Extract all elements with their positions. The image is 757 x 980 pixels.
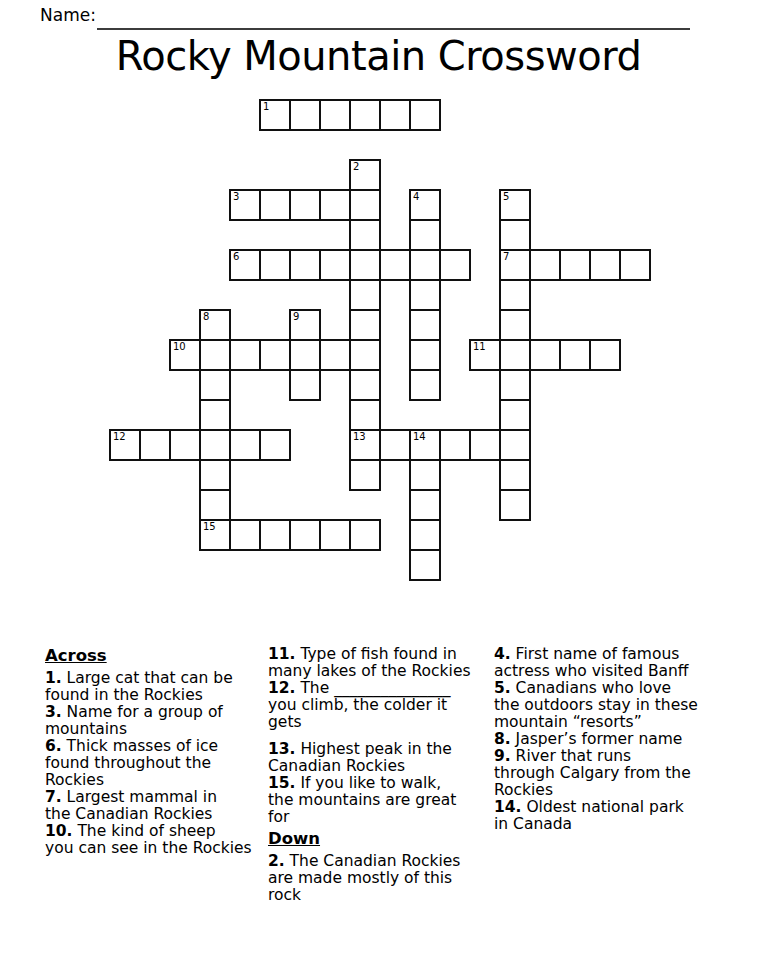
clue-1: 1. Large cat that can be found in the Ro… [45, 670, 267, 704]
grid-cell-r4c13[interactable] [499, 219, 531, 251]
grid-cell-r3c7[interactable] [319, 189, 351, 221]
grid-cell-r5c16[interactable] [589, 249, 621, 281]
down-header: Down [268, 829, 490, 849]
grid-cell-r7c8[interactable] [349, 309, 381, 341]
name-input-line[interactable] [97, 5, 690, 30]
clue-5: 5. Canadians who love the outdoors stay … [494, 680, 716, 731]
grid-cell-r5c10[interactable] [409, 249, 441, 281]
grid-cell-r10c8[interactable] [349, 399, 381, 431]
grid-cell-r8c16[interactable] [589, 339, 621, 371]
grid-cell-r11c4[interactable] [229, 429, 261, 461]
grid-cell-r0c7[interactable] [319, 99, 351, 131]
grid-cell-r2c8[interactable]: 2 [349, 159, 381, 191]
clue-column-1: Across 1. Large cat that can be found in… [45, 646, 267, 857]
clue-4: 4. First name of famous actress who visi… [494, 646, 716, 680]
grid-cell-r12c3[interactable] [199, 459, 231, 491]
grid-cell-r5c15[interactable] [559, 249, 591, 281]
clue-8: 8. Jasper’s former name [494, 731, 716, 748]
grid-cell-r12c10[interactable] [409, 459, 441, 491]
grid-cell-r14c5[interactable] [259, 519, 291, 551]
across-header: Across [45, 646, 267, 666]
grid-cell-r5c6[interactable] [289, 249, 321, 281]
grid-cell-r8c14[interactable] [529, 339, 561, 371]
cell-number-9: 9 [293, 311, 299, 323]
cell-number-7: 7 [503, 251, 509, 263]
grid-cell-r8c8[interactable] [349, 339, 381, 371]
grid-cell-r9c3[interactable] [199, 369, 231, 401]
grid-cell-r11c1[interactable] [139, 429, 171, 461]
grid-cell-r0c6[interactable] [289, 99, 321, 131]
grid-cell-r0c9[interactable] [379, 99, 411, 131]
clue-15: 15. If you like to walk, the mountains a… [268, 775, 490, 826]
grid-cell-r8c6[interactable] [289, 339, 321, 371]
cell-number-2: 2 [353, 161, 359, 173]
grid-cell-r5c5[interactable] [259, 249, 291, 281]
grid-cell-r7c10[interactable] [409, 309, 441, 341]
grid-cell-r13c3[interactable] [199, 489, 231, 521]
grid-cell-r14c10[interactable] [409, 519, 441, 551]
grid-cell-r0c10[interactable] [409, 99, 441, 131]
grid-cell-r5c4[interactable]: 6 [229, 249, 261, 281]
grid-cell-r14c7[interactable] [319, 519, 351, 551]
grid-cell-r5c17[interactable] [619, 249, 651, 281]
grid-cell-r8c7[interactable] [319, 339, 351, 371]
grid-cell-r10c13[interactable] [499, 399, 531, 431]
grid-cell-r9c8[interactable] [349, 369, 381, 401]
grid-cell-r4c10[interactable] [409, 219, 441, 251]
across-clues-part2: 11. Type of fish found in many lakes of … [268, 646, 490, 826]
grid-cell-r7c6[interactable]: 9 [289, 309, 321, 341]
grid-cell-r11c11[interactable] [439, 429, 471, 461]
clue-6: 6. Thick masses of ice found throughout … [45, 738, 267, 789]
cell-number-5: 5 [503, 191, 509, 203]
grid-cell-r8c13[interactable] [499, 339, 531, 371]
grid-cell-r12c8[interactable] [349, 459, 381, 491]
clue-column-3: 4. First name of famous actress who visi… [494, 646, 716, 833]
across-clues-part1: 1. Large cat that can be found in the Ro… [45, 670, 267, 857]
clue-13: 13. Highest peak in the Canadian Rockies [268, 741, 490, 775]
clue-column-2: 11. Type of fish found in many lakes of … [268, 646, 490, 904]
grid-cell-r8c15[interactable] [559, 339, 591, 371]
grid-cell-r15c10[interactable] [409, 549, 441, 581]
cell-number-10: 10 [173, 341, 186, 353]
grid-cell-r7c3[interactable]: 8 [199, 309, 231, 341]
grid-cell-r8c2[interactable]: 10 [169, 339, 201, 371]
crossword-grid: 123456789101112131415 [109, 99, 651, 581]
clue-14: 14. Oldest national park in Canada [494, 799, 716, 833]
grid-cell-r11c2[interactable] [169, 429, 201, 461]
grid-cell-r14c3[interactable]: 15 [199, 519, 231, 551]
grid-cell-r3c8[interactable] [349, 189, 381, 221]
grid-cell-r6c8[interactable] [349, 279, 381, 311]
cell-number-3: 3 [233, 191, 239, 203]
clue-11: 11. Type of fish found in many lakes of … [268, 646, 490, 680]
cell-number-14: 14 [413, 431, 426, 443]
grid-cell-r4c8[interactable] [349, 219, 381, 251]
grid-cell-r5c9[interactable] [379, 249, 411, 281]
grid-cell-r5c8[interactable] [349, 249, 381, 281]
grid-cell-r3c10[interactable]: 4 [409, 189, 441, 221]
down-clues-part1: 2. The Canadian Rockies are made mostly … [268, 853, 490, 904]
clue-3: 3. Name for a group of mountains [45, 704, 267, 738]
cell-number-4: 4 [413, 191, 419, 203]
grid-cell-r8c10[interactable] [409, 339, 441, 371]
clue-2: 2. The Canadian Rockies are made mostly … [268, 853, 490, 904]
grid-cell-r0c5[interactable]: 1 [259, 99, 291, 131]
cell-number-15: 15 [203, 521, 216, 533]
grid-cell-r6c13[interactable] [499, 279, 531, 311]
grid-cell-r12c13[interactable] [499, 459, 531, 491]
name-row: Name: [40, 5, 690, 27]
clue-10: 10. The kind of sheep you can see in the… [45, 823, 267, 857]
grid-cell-r11c5[interactable] [259, 429, 291, 461]
page-title: Rocky Mountain Crossword [0, 32, 757, 80]
grid-cell-r11c8[interactable]: 13 [349, 429, 381, 461]
grid-cell-r3c4[interactable]: 3 [229, 189, 261, 221]
grid-cell-r13c13[interactable] [499, 489, 531, 521]
grid-cell-r11c9[interactable] [379, 429, 411, 461]
grid-cell-r11c12[interactable] [469, 429, 501, 461]
cell-number-13: 13 [353, 431, 366, 443]
grid-cell-r14c4[interactable] [229, 519, 261, 551]
cell-number-11: 11 [473, 341, 486, 353]
cell-number-1: 1 [263, 101, 269, 113]
grid-cell-r11c3[interactable] [199, 429, 231, 461]
grid-cell-r9c10[interactable] [409, 369, 441, 401]
grid-cell-r5c7[interactable] [319, 249, 351, 281]
name-label: Name: [40, 5, 96, 25]
down-clues-part2: 4. First name of famous actress who visi… [494, 646, 716, 833]
grid-cell-r3c5[interactable] [259, 189, 291, 221]
grid-cell-r3c6[interactable] [289, 189, 321, 221]
grid-cell-r3c13[interactable]: 5 [499, 189, 531, 221]
grid-cell-r11c0[interactable]: 12 [109, 429, 141, 461]
cell-number-6: 6 [233, 251, 239, 263]
grid-cell-r6c10[interactable] [409, 279, 441, 311]
grid-cell-r8c4[interactable] [229, 339, 261, 371]
clue-7: 7. Largest mammal in the Canadian Rockie… [45, 789, 267, 823]
grid-cell-r11c13[interactable] [499, 429, 531, 461]
grid-cell-r8c12[interactable]: 11 [469, 339, 501, 371]
grid-cell-r9c13[interactable] [499, 369, 531, 401]
grid-cell-r8c3[interactable] [199, 339, 231, 371]
grid-cell-r9c6[interactable] [289, 369, 321, 401]
clue-12: 12. The _______________ you climb, the c… [268, 680, 490, 731]
grid-cell-r5c11[interactable] [439, 249, 471, 281]
grid-cell-r10c3[interactable] [199, 399, 231, 431]
grid-cell-r7c13[interactable] [499, 309, 531, 341]
grid-cell-r0c8[interactable] [349, 99, 381, 131]
grid-cell-r14c8[interactable] [349, 519, 381, 551]
grid-cell-r14c6[interactable] [289, 519, 321, 551]
cell-number-8: 8 [203, 311, 209, 323]
grid-cell-r13c10[interactable] [409, 489, 441, 521]
grid-cell-r5c13[interactable]: 7 [499, 249, 531, 281]
cell-number-12: 12 [113, 431, 126, 443]
clue-9: 9. River that runs through Calgary from … [494, 748, 716, 799]
grid-cell-r8c5[interactable] [259, 339, 291, 371]
grid-cell-r11c10[interactable]: 14 [409, 429, 441, 461]
grid-cell-r5c14[interactable] [529, 249, 561, 281]
